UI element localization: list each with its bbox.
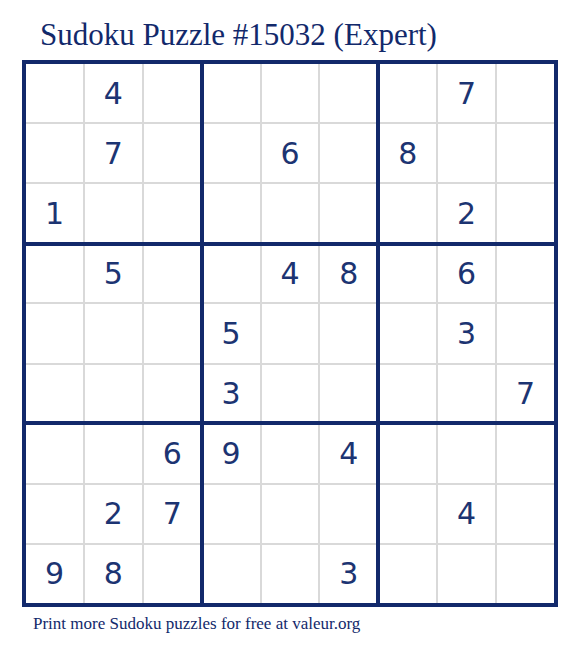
cell-r4c7[interactable] bbox=[379, 244, 436, 302]
cell-r6c1[interactable] bbox=[26, 365, 83, 423]
cell-r3c8[interactable]: 2 bbox=[438, 184, 495, 242]
cell-r2c1[interactable] bbox=[26, 124, 83, 182]
cell-r1c3[interactable] bbox=[144, 64, 201, 122]
cell-r8c1[interactable] bbox=[26, 485, 83, 543]
cell-r3c7[interactable] bbox=[379, 184, 436, 242]
cell-r2c6[interactable] bbox=[320, 124, 377, 182]
cell-r3c4[interactable] bbox=[203, 184, 260, 242]
cell-r2c9[interactable] bbox=[497, 124, 554, 182]
cell-r1c9[interactable] bbox=[497, 64, 554, 122]
cell-r7c9[interactable] bbox=[497, 425, 554, 483]
cell-r7c2[interactable] bbox=[85, 425, 142, 483]
cell-r4c9[interactable] bbox=[497, 244, 554, 302]
cell-r9c1[interactable]: 9 bbox=[26, 545, 83, 603]
cell-r9c2[interactable]: 8 bbox=[85, 545, 142, 603]
cell-r3c2[interactable] bbox=[85, 184, 142, 242]
cell-r1c5[interactable] bbox=[262, 64, 319, 122]
cell-r6c8[interactable] bbox=[438, 365, 495, 423]
cell-r5c6[interactable] bbox=[320, 304, 377, 362]
cell-r2c7[interactable]: 8 bbox=[379, 124, 436, 182]
cell-r4c1[interactable] bbox=[26, 244, 83, 302]
cell-r7c1[interactable] bbox=[26, 425, 83, 483]
cell-r9c9[interactable] bbox=[497, 545, 554, 603]
cell-r1c6[interactable] bbox=[320, 64, 377, 122]
cell-r4c3[interactable] bbox=[144, 244, 201, 302]
cell-r9c6[interactable]: 3 bbox=[320, 545, 377, 603]
cell-r7c5[interactable] bbox=[262, 425, 319, 483]
sudoku-grid: 477681254865337694274983 bbox=[22, 60, 558, 607]
cell-r5c8[interactable]: 3 bbox=[438, 304, 495, 362]
cell-r4c6[interactable]: 8 bbox=[320, 244, 377, 302]
cell-r3c5[interactable] bbox=[262, 184, 319, 242]
cell-r7c6[interactable]: 4 bbox=[320, 425, 377, 483]
cell-r8c5[interactable] bbox=[262, 485, 319, 543]
cell-r3c9[interactable] bbox=[497, 184, 554, 242]
cell-r8c9[interactable] bbox=[497, 485, 554, 543]
cell-r5c9[interactable] bbox=[497, 304, 554, 362]
cell-r6c5[interactable] bbox=[262, 365, 319, 423]
cell-r7c8[interactable] bbox=[438, 425, 495, 483]
cell-r5c7[interactable] bbox=[379, 304, 436, 362]
cell-r8c6[interactable] bbox=[320, 485, 377, 543]
cell-r4c4[interactable] bbox=[203, 244, 260, 302]
cell-r2c5[interactable]: 6 bbox=[262, 124, 319, 182]
footer-text: Print more Sudoku puzzles for free at va… bbox=[33, 614, 360, 634]
cell-r3c6[interactable] bbox=[320, 184, 377, 242]
cell-r1c2[interactable]: 4 bbox=[85, 64, 142, 122]
page-title: Sudoku Puzzle #15032 (Expert) bbox=[40, 17, 437, 53]
cell-r2c2[interactable]: 7 bbox=[85, 124, 142, 182]
cell-r5c4[interactable]: 5 bbox=[203, 304, 260, 362]
cell-r3c1[interactable]: 1 bbox=[26, 184, 83, 242]
cell-r3c3[interactable] bbox=[144, 184, 201, 242]
cell-r5c2[interactable] bbox=[85, 304, 142, 362]
cell-r1c8[interactable]: 7 bbox=[438, 64, 495, 122]
cell-r4c8[interactable]: 6 bbox=[438, 244, 495, 302]
cell-r5c3[interactable] bbox=[144, 304, 201, 362]
cell-r8c2[interactable]: 2 bbox=[85, 485, 142, 543]
cell-r9c8[interactable] bbox=[438, 545, 495, 603]
cell-r6c3[interactable] bbox=[144, 365, 201, 423]
cell-r6c4[interactable]: 3 bbox=[203, 365, 260, 423]
cell-r7c7[interactable] bbox=[379, 425, 436, 483]
cell-r8c7[interactable] bbox=[379, 485, 436, 543]
cell-r2c3[interactable] bbox=[144, 124, 201, 182]
cell-r1c7[interactable] bbox=[379, 64, 436, 122]
cell-r5c1[interactable] bbox=[26, 304, 83, 362]
cell-r6c2[interactable] bbox=[85, 365, 142, 423]
cell-r1c1[interactable] bbox=[26, 64, 83, 122]
cell-r9c4[interactable] bbox=[203, 545, 260, 603]
cell-r9c5[interactable] bbox=[262, 545, 319, 603]
cell-r8c8[interactable]: 4 bbox=[438, 485, 495, 543]
cell-r6c6[interactable] bbox=[320, 365, 377, 423]
cell-r1c4[interactable] bbox=[203, 64, 260, 122]
cell-r9c3[interactable] bbox=[144, 545, 201, 603]
cell-r4c5[interactable]: 4 bbox=[262, 244, 319, 302]
cell-r2c8[interactable] bbox=[438, 124, 495, 182]
cell-r8c4[interactable] bbox=[203, 485, 260, 543]
cell-r7c4[interactable]: 9 bbox=[203, 425, 260, 483]
cell-r6c9[interactable]: 7 bbox=[497, 365, 554, 423]
cell-r7c3[interactable]: 6 bbox=[144, 425, 201, 483]
cell-r6c7[interactable] bbox=[379, 365, 436, 423]
cell-r4c2[interactable]: 5 bbox=[85, 244, 142, 302]
cell-r2c4[interactable] bbox=[203, 124, 260, 182]
sudoku-page: Sudoku Puzzle #15032 (Expert) 4776812548… bbox=[0, 0, 580, 651]
cell-r9c7[interactable] bbox=[379, 545, 436, 603]
cell-r8c3[interactable]: 7 bbox=[144, 485, 201, 543]
cell-r5c5[interactable] bbox=[262, 304, 319, 362]
